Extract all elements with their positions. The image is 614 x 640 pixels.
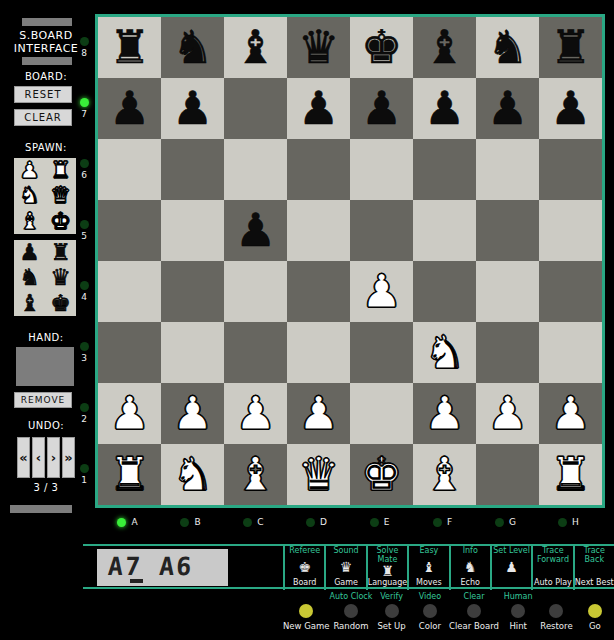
round-button-top-label: Clear — [464, 592, 485, 602]
square-f2[interactable]: ♟ — [413, 383, 476, 444]
white-pawn-piece: ♟ — [109, 383, 150, 444]
rank-indicator-4: 4 — [74, 261, 94, 322]
white-pawn-piece: ♟ — [235, 383, 276, 444]
square-g4[interactable] — [476, 261, 539, 322]
function-key-set-level[interactable]: Set Level♟ — [490, 544, 531, 590]
square-f7[interactable]: ♟ — [413, 78, 476, 139]
function-key-top-label: Set Level — [493, 546, 530, 555]
rank-label-6: 6 — [81, 170, 87, 180]
queen-icon: ♛ — [340, 560, 353, 574]
spawn-black-bishop[interactable]: ♝ — [14, 291, 45, 316]
white-king-piece: ♚ — [361, 444, 402, 505]
function-key-top-label: Trace Forward — [537, 546, 569, 564]
lcd-move-text: A7 A6 — [107, 549, 194, 586]
function-key-bottom-label: Auto Play — [534, 578, 572, 587]
black-pawn-piece: ♟ — [424, 78, 465, 139]
square-f8[interactable]: ♝ — [413, 17, 476, 78]
round-button-group-clear-board: ClearClear Board — [449, 592, 499, 638]
function-key-top-label: Easy — [419, 546, 438, 555]
square-d7[interactable]: ♟ — [287, 78, 350, 139]
lcd-display: A7 A6 — [97, 549, 228, 586]
file-label-e: E — [384, 517, 390, 527]
square-b1[interactable]: ♞ — [161, 444, 224, 505]
square-a7[interactable]: ♟ — [98, 78, 161, 139]
new-game-button[interactable] — [299, 604, 313, 618]
square-c1[interactable]: ♝ — [224, 444, 287, 505]
function-key-language[interactable]: Solve Mate♜Language — [366, 544, 407, 590]
rank-led-1 — [80, 464, 89, 473]
rank-indicator-8: 8 — [74, 17, 94, 78]
file-label-d: D — [320, 517, 327, 527]
undo-first-button[interactable]: « — [17, 437, 30, 478]
square-g8[interactable]: ♞ — [476, 17, 539, 78]
file-indicator-h: H — [537, 513, 600, 531]
round-button-top-label: Verify — [380, 592, 403, 602]
white-queen-piece: ♛ — [298, 444, 339, 505]
white-bishop-piece: ♝ — [19, 210, 40, 233]
square-c4[interactable] — [224, 261, 287, 322]
undo-controls: «‹›» — [15, 437, 77, 478]
spawn-white-rook[interactable]: ♜ — [45, 158, 76, 183]
square-e2[interactable] — [350, 383, 413, 444]
round-button-label: Go — [589, 621, 601, 631]
square-d2[interactable]: ♟ — [287, 383, 350, 444]
white-pawn-piece: ♟ — [424, 383, 465, 444]
black-knight-piece: ♞ — [172, 17, 213, 78]
lcd-cursor — [130, 579, 143, 583]
rank-led-4 — [80, 281, 89, 290]
function-key-auto-play[interactable]: Trace ForwardAuto Play — [531, 544, 572, 590]
function-key-top-label: Info — [463, 546, 478, 555]
black-pawn-piece: ♟ — [550, 78, 591, 139]
file-label-f: F — [447, 517, 452, 527]
remove-button[interactable]: REMOVE — [14, 392, 72, 408]
black-queen-piece: ♛ — [298, 17, 339, 78]
rank-led-5 — [80, 220, 89, 229]
black-pawn-piece: ♟ — [487, 78, 528, 139]
black-king-piece: ♚ — [361, 17, 402, 78]
random-button[interactable] — [344, 604, 358, 618]
spawn-black-knight[interactable]: ♞ — [14, 265, 45, 290]
rank-indicator-3: 3 — [74, 322, 94, 383]
rank-led-2 — [80, 403, 89, 412]
square-b8[interactable]: ♞ — [161, 17, 224, 78]
round-button-top-label: Video — [419, 592, 441, 602]
sidebar-top-divider — [22, 18, 72, 26]
spawn-tray-white: ♟♜♞♛♝♚ — [14, 158, 76, 234]
square-b5[interactable] — [161, 200, 224, 261]
square-g2[interactable]: ♟ — [476, 383, 539, 444]
black-rook-piece: ♜ — [50, 241, 71, 264]
black-pawn-piece: ♟ — [109, 78, 150, 139]
function-key-moves[interactable]: Easy♝Moves — [407, 544, 448, 590]
file-indicator-g: G — [474, 513, 537, 531]
black-pawn-piece: ♟ — [19, 241, 40, 264]
hint-button[interactable] — [511, 604, 525, 618]
clear-board-button[interactable] — [467, 604, 481, 618]
function-key-top-label: Sound — [333, 546, 358, 555]
white-knight-piece: ♞ — [424, 322, 465, 383]
spawn-white-queen[interactable]: ♛ — [45, 183, 76, 208]
white-knight-piece: ♞ — [19, 184, 40, 207]
restore-button[interactable] — [549, 604, 563, 618]
black-bishop-piece: ♝ — [19, 292, 40, 315]
square-g7[interactable]: ♟ — [476, 78, 539, 139]
square-a6[interactable] — [98, 139, 161, 200]
white-pawn-piece: ♟ — [487, 383, 528, 444]
black-knight-piece: ♞ — [487, 17, 528, 78]
file-label-c: C — [257, 517, 263, 527]
round-button-group-new-game: New Game — [283, 592, 330, 638]
function-key-bottom-label: Board — [293, 578, 317, 587]
white-pawn-piece: ♟ — [298, 383, 339, 444]
black-knight-piece: ♞ — [19, 266, 40, 289]
white-pawn-piece: ♟ — [361, 261, 402, 322]
square-c3[interactable] — [224, 322, 287, 383]
go-button[interactable] — [588, 604, 602, 618]
sidebar-title-divider — [22, 57, 72, 65]
round-button-group-restore: Restore — [537, 592, 575, 638]
black-queen-piece: ♛ — [50, 266, 71, 289]
white-rook-piece: ♜ — [550, 444, 591, 505]
black-bishop-piece: ♝ — [235, 17, 276, 78]
file-led-d — [306, 518, 315, 527]
rank-indicator-1: 1 — [74, 444, 94, 505]
square-b4[interactable] — [161, 261, 224, 322]
square-e6[interactable] — [350, 139, 413, 200]
round-button-group-hint: HumanHint — [499, 592, 537, 638]
function-key-board[interactable]: Referee♚Board — [283, 544, 324, 590]
square-f1[interactable]: ♝ — [413, 444, 476, 505]
rank-label-2: 2 — [81, 414, 87, 424]
spawn-black-pawn[interactable]: ♟ — [14, 240, 45, 265]
black-king-piece: ♚ — [50, 292, 71, 315]
square-e8[interactable]: ♚ — [350, 17, 413, 78]
spawn-black-rook[interactable]: ♜ — [45, 240, 76, 265]
spawn-white-king[interactable]: ♚ — [45, 209, 76, 234]
white-rook-piece: ♜ — [109, 444, 150, 505]
square-h5[interactable] — [539, 200, 602, 261]
hand-slot[interactable] — [16, 347, 74, 386]
file-led-e — [370, 518, 379, 527]
function-key-bottom-label: Moves — [416, 578, 442, 587]
black-rook-piece: ♜ — [550, 17, 591, 78]
square-f5[interactable] — [413, 200, 476, 261]
rank-label-5: 5 — [81, 231, 87, 241]
white-knight-piece: ♞ — [172, 444, 213, 505]
pawn-icon: ♟ — [505, 560, 518, 574]
white-pawn-piece: ♟ — [172, 383, 213, 444]
black-pawn-piece: ♟ — [235, 200, 276, 261]
king-icon: ♚ — [298, 560, 311, 574]
square-e1[interactable]: ♚ — [350, 444, 413, 505]
black-rook-piece: ♜ — [109, 17, 150, 78]
square-c5[interactable]: ♟ — [224, 200, 287, 261]
square-e7[interactable]: ♟ — [350, 78, 413, 139]
round-button-label: Color — [419, 621, 441, 631]
file-label-h: H — [572, 517, 579, 527]
spawn-tray-black: ♟♜♞♛♝♚ — [14, 240, 76, 316]
rank-led-8 — [80, 37, 89, 46]
square-e5[interactable] — [350, 200, 413, 261]
function-key-bottom-label: Game — [334, 578, 358, 587]
file-label-a: A — [131, 517, 137, 527]
round-button-label: Hint — [509, 621, 526, 631]
rank-indicator-7: 7 — [74, 78, 94, 139]
file-led-a — [117, 518, 126, 527]
square-a4[interactable] — [98, 261, 161, 322]
white-queen-piece: ♛ — [50, 184, 71, 207]
spawn-black-queen[interactable]: ♛ — [45, 265, 76, 290]
knight-icon: ♞ — [464, 560, 477, 574]
undo-back-button[interactable]: ‹ — [32, 437, 45, 478]
square-g1[interactable] — [476, 444, 539, 505]
round-button-label: Restore — [540, 621, 572, 631]
file-indicator-a: A — [96, 513, 159, 531]
white-pawn-piece: ♟ — [550, 383, 591, 444]
rank-led-6 — [80, 159, 89, 168]
square-a1[interactable]: ♜ — [98, 444, 161, 505]
round-button-group-random: Auto ClockRandom — [330, 592, 373, 638]
square-h6[interactable] — [539, 139, 602, 200]
black-pawn-piece: ♟ — [361, 78, 402, 139]
file-indicator-e: E — [348, 513, 411, 531]
square-d4[interactable] — [287, 261, 350, 322]
round-button-label: Clear Board — [449, 621, 499, 631]
clear-button[interactable]: CLEAR — [14, 109, 72, 126]
square-d3[interactable] — [287, 322, 350, 383]
function-key-top-label: Referee — [289, 546, 320, 555]
black-pawn-piece: ♟ — [298, 78, 339, 139]
function-key-next-best[interactable]: Trace BackNext Best — [573, 544, 614, 590]
round-button-top-label: Human — [504, 592, 533, 602]
white-bishop-piece: ♝ — [424, 444, 465, 505]
round-button-label: Set Up — [377, 621, 405, 631]
sidebar-bottom-divider — [10, 505, 72, 513]
color-button[interactable] — [423, 604, 437, 618]
square-a5[interactable] — [98, 200, 161, 261]
square-b7[interactable]: ♟ — [161, 78, 224, 139]
square-g3[interactable] — [476, 322, 539, 383]
file-label-b: B — [194, 517, 200, 527]
square-b3[interactable] — [161, 322, 224, 383]
function-key-bottom-label: Echo — [461, 578, 480, 587]
square-h2[interactable]: ♟ — [539, 383, 602, 444]
round-button-group-go: Go — [576, 592, 614, 638]
black-pawn-piece: ♟ — [172, 78, 213, 139]
function-key-echo[interactable]: Info♞Echo — [449, 544, 490, 590]
file-label-g: G — [509, 517, 516, 527]
square-a8[interactable]: ♜ — [98, 17, 161, 78]
rank-indicator-5: 5 — [74, 200, 94, 261]
file-led-h — [558, 518, 567, 527]
round-button-top-label: Auto Clock — [330, 592, 373, 602]
function-key-top-label: Solve Mate — [368, 546, 407, 564]
square-b2[interactable]: ♟ — [161, 383, 224, 444]
square-c8[interactable]: ♝ — [224, 17, 287, 78]
square-c2[interactable]: ♟ — [224, 383, 287, 444]
square-f4[interactable] — [413, 261, 476, 322]
bishop-icon: ♝ — [423, 560, 436, 574]
spawn-black-king[interactable]: ♚ — [45, 291, 76, 316]
rank-label-1: 1 — [81, 475, 87, 485]
white-bishop-piece: ♝ — [235, 444, 276, 505]
square-d1[interactable]: ♛ — [287, 444, 350, 505]
square-g5[interactable] — [476, 200, 539, 261]
reset-button[interactable]: RESET — [14, 86, 72, 103]
square-g6[interactable] — [476, 139, 539, 200]
spawn-white-bishop[interactable]: ♝ — [14, 209, 45, 234]
square-d6[interactable] — [287, 139, 350, 200]
square-h7[interactable]: ♟ — [539, 78, 602, 139]
white-king-piece: ♚ — [50, 210, 71, 233]
square-h4[interactable] — [539, 261, 602, 322]
square-a3[interactable] — [98, 322, 161, 383]
white-rook-piece: ♜ — [50, 159, 71, 182]
function-key-game[interactable]: Sound♛Game — [324, 544, 365, 590]
file-led-c — [243, 518, 252, 527]
rank-led-7 — [80, 98, 89, 107]
round-button-row: New GameAuto ClockRandomVerifySet UpVide… — [283, 592, 614, 638]
function-key-bottom-label: Language — [368, 578, 407, 587]
redo-forward-button[interactable]: › — [47, 437, 60, 478]
file-indicator-f: F — [411, 513, 474, 531]
function-key-panel: Referee♚BoardSound♛GameSolve Mate♜Langua… — [283, 544, 614, 590]
round-button-group-color: VideoColor — [411, 592, 449, 638]
square-c6[interactable] — [224, 139, 287, 200]
square-e4[interactable]: ♟ — [350, 261, 413, 322]
square-b6[interactable] — [161, 139, 224, 200]
rank-indicator-2: 2 — [74, 383, 94, 444]
rank-led-3 — [80, 342, 89, 351]
rank-label-7: 7 — [81, 109, 87, 119]
square-c7[interactable] — [224, 78, 287, 139]
spawn-white-pawn[interactable]: ♟ — [14, 158, 45, 183]
round-button-label: Random — [333, 621, 368, 631]
rank-indicator-6: 6 — [74, 139, 94, 200]
square-h3[interactable] — [539, 322, 602, 383]
function-key-bottom-label: Next Best — [575, 578, 614, 587]
square-a2[interactable]: ♟ — [98, 383, 161, 444]
black-bishop-piece: ♝ — [424, 17, 465, 78]
file-indicator-b: B — [159, 513, 222, 531]
square-f3[interactable]: ♞ — [413, 322, 476, 383]
spawn-white-knight[interactable]: ♞ — [14, 183, 45, 208]
rank-label-4: 4 — [81, 292, 87, 302]
file-led-g — [495, 518, 504, 527]
round-button-label: New Game — [283, 621, 330, 631]
file-led-b — [180, 518, 189, 527]
file-led-f — [433, 518, 442, 527]
file-indicator-c: C — [222, 513, 285, 531]
function-key-top-label: Trace Back — [575, 546, 614, 564]
set-up-button[interactable] — [385, 604, 399, 618]
square-h1[interactable]: ♜ — [539, 444, 602, 505]
file-indicator-d: D — [285, 513, 348, 531]
square-d5[interactable] — [287, 200, 350, 261]
chess-computer-ui: S.BOARD INTERFACE BOARD: RESET CLEAR SPA… — [0, 0, 614, 640]
square-d8[interactable]: ♛ — [287, 17, 350, 78]
round-button-group-set-up: VerifySet Up — [372, 592, 410, 638]
white-pawn-piece: ♟ — [19, 159, 40, 182]
rook-icon: ♜ — [381, 564, 394, 578]
square-f6[interactable] — [413, 139, 476, 200]
rank-label-8: 8 — [81, 48, 87, 58]
chess-board: ♜♞♝♛♚♝♞♜♟♟♟♟♟♟♟♟♟♞♟♟♟♟♟♟♟♜♞♝♛♚♝♜ — [95, 14, 605, 508]
square-e3[interactable] — [350, 322, 413, 383]
rank-label-3: 3 — [81, 353, 87, 363]
square-h8[interactable]: ♜ — [539, 17, 602, 78]
